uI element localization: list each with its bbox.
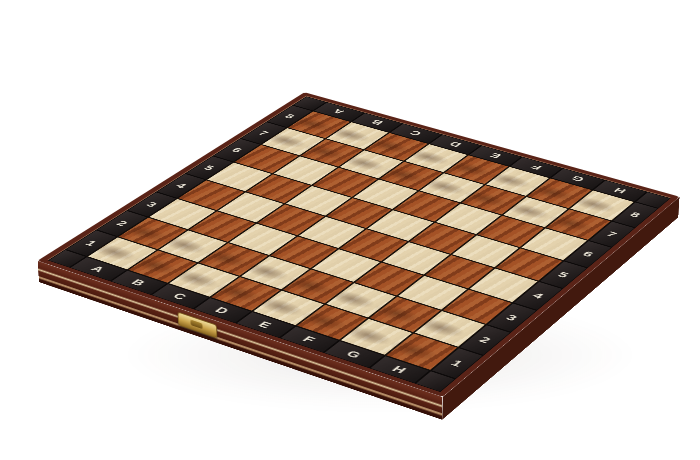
rank-number: 1 xyxy=(449,358,465,368)
file-letter: D xyxy=(213,305,232,315)
rank-number: 8 xyxy=(628,211,642,219)
file-letter: E xyxy=(256,320,274,330)
file-letter: C xyxy=(171,291,190,301)
file-letter: H xyxy=(390,364,409,375)
file-letter: A xyxy=(89,264,107,273)
rank-number: 3 xyxy=(504,313,520,322)
file-letter: F xyxy=(300,334,317,344)
product-photo-canvas: ABCDEFGH8877665544332211ABCDEFGH ♜♞♝♛♚♝♞… xyxy=(0,0,700,460)
rank-number: 5 xyxy=(202,164,217,171)
rook-glyph: ♜ xyxy=(389,281,453,353)
rank-number: 6 xyxy=(581,250,596,258)
rank-number: 2 xyxy=(477,335,493,344)
file-letter: G xyxy=(344,349,364,360)
rank-number: 4 xyxy=(531,291,546,300)
rank-number: 5 xyxy=(556,270,571,279)
pawn-glyph: ♟ xyxy=(271,94,315,143)
rank-number: 6 xyxy=(230,146,245,153)
file-letter: B xyxy=(129,278,147,287)
rank-number: 7 xyxy=(605,230,620,238)
